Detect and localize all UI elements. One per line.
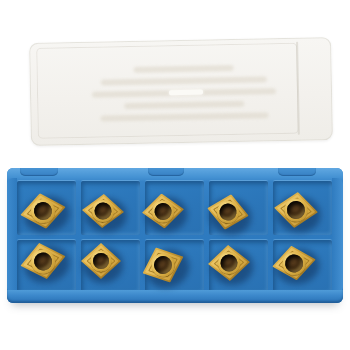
box-top-rim: [7, 168, 343, 181]
lid-ghost-text-line: [134, 64, 234, 72]
rim-notch: [278, 168, 316, 176]
insert-box: [7, 168, 343, 303]
box-front-wall: [7, 290, 343, 303]
rim-notch: [148, 168, 184, 176]
box-right-wall: [332, 178, 343, 293]
lid-ghost-text-line: [101, 76, 266, 85]
carbide-insert: [81, 193, 125, 229]
carbide-insert: [81, 243, 121, 279]
carbide-insert: [17, 189, 69, 232]
carbide-insert: [272, 190, 320, 230]
rim-notch: [20, 168, 58, 176]
lid-ghost-text-line: [100, 112, 269, 121]
carbide-insert: [270, 242, 319, 283]
lid-ghost-text-line: [125, 100, 244, 108]
carbide-insert: [207, 244, 251, 282]
product-photo: [0, 0, 350, 350]
box-left-wall: [7, 178, 17, 293]
lid-edge-fold: [296, 42, 300, 135]
box-lid: [29, 37, 333, 146]
insert-center-hole: [93, 253, 109, 269]
carbide-insert: [141, 192, 186, 231]
carbide-insert: [17, 238, 70, 284]
carbide-insert: [204, 191, 252, 234]
